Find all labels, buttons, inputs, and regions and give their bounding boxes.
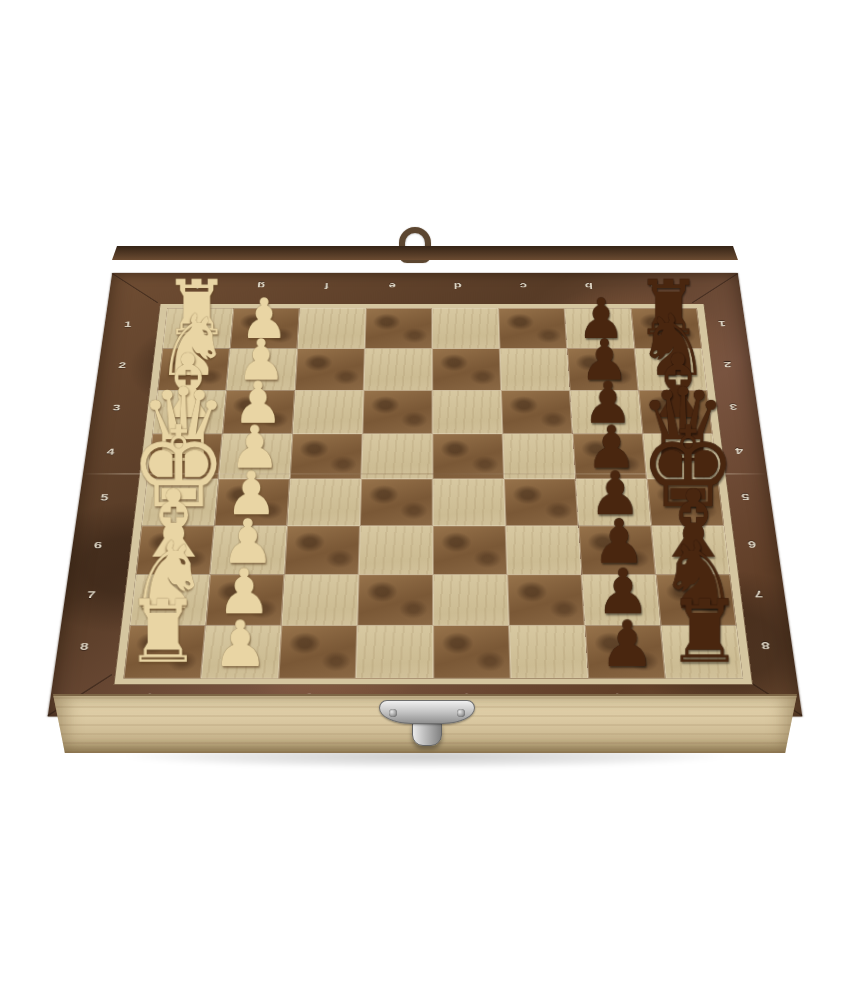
file-label-d: d <box>425 273 491 300</box>
rank-label-4: 4 <box>712 429 767 474</box>
rank-label-4: 4 <box>83 429 138 474</box>
square-c4 <box>503 434 576 479</box>
square-c2 <box>500 349 570 391</box>
square-f1 <box>297 308 366 348</box>
piece-black-B-a6: ♝ <box>652 478 734 572</box>
corner-miter <box>692 273 739 303</box>
square-d8 <box>433 625 511 678</box>
piece-white-B-h6: ♝ <box>132 478 214 572</box>
square-a1: ♜ <box>631 308 702 348</box>
piece-black-P-b2: ♟ <box>579 331 628 388</box>
file-label-f: f <box>293 273 360 300</box>
square-b4: ♟ <box>573 434 647 479</box>
square-e6 <box>359 526 433 575</box>
square-h2: ♞ <box>157 349 229 391</box>
square-a2: ♞ <box>635 349 708 391</box>
file-label-g: g <box>227 273 295 300</box>
rank-label-1: 1 <box>696 304 748 344</box>
square-f5 <box>287 479 361 526</box>
square-f6 <box>284 526 360 575</box>
rank-label-3: 3 <box>707 386 761 429</box>
square-g2: ♟ <box>226 349 297 391</box>
square-a4: ♛ <box>643 434 719 479</box>
square-d2 <box>432 349 501 391</box>
square-b8: ♟ <box>585 625 666 678</box>
box-back-edge <box>112 246 738 260</box>
square-d7 <box>433 575 509 626</box>
square-f2 <box>295 349 365 391</box>
square-f3 <box>292 390 363 433</box>
board-grid: ♜♟♟♜♞♟♟♞♝♟♟♝♛♟♟♛♚♟♟♚♝♟♟♝♞♟♟♞♜♟♟♜ <box>123 308 743 678</box>
screw-icon <box>389 709 397 717</box>
rank-label-1: 1 <box>102 304 154 344</box>
square-e7 <box>357 575 433 626</box>
square-h3: ♝ <box>152 390 226 433</box>
piece-black-P-b7: ♟ <box>595 560 649 622</box>
square-e3 <box>362 390 432 433</box>
square-b3: ♟ <box>570 390 643 433</box>
square-e4 <box>361 434 432 479</box>
square-h7: ♞ <box>130 575 210 626</box>
chess-board: 12345678 12345678 hgfedcba hgfedcba ♜♟♟♜… <box>48 273 803 717</box>
square-c7 <box>507 575 585 626</box>
square-e5 <box>360 479 433 526</box>
piece-white-P-g2: ♟ <box>236 331 285 388</box>
rank-label-5: 5 <box>76 474 132 521</box>
rank-label-6: 6 <box>69 521 126 570</box>
square-g5: ♟ <box>214 479 290 526</box>
rank-label-8: 8 <box>54 620 114 673</box>
square-d1 <box>432 308 500 348</box>
square-g7: ♟ <box>206 575 285 626</box>
square-g4: ♟ <box>218 434 292 479</box>
square-h6: ♝ <box>136 526 215 575</box>
file-label-c: c <box>490 273 557 300</box>
inner-frame-band: ♜♟♟♜♞♟♟♞♝♟♟♝♛♟♟♛♚♟♟♚♝♟♟♝♞♟♟♞♜♟♟♜ <box>114 304 752 684</box>
square-a5: ♚ <box>647 479 724 526</box>
file-labels-top: hgfedcba <box>161 273 689 300</box>
square-g8: ♟ <box>201 625 281 678</box>
piece-white-P-g7: ♟ <box>216 560 270 622</box>
rank-label-2: 2 <box>701 344 754 386</box>
screw-icon <box>457 709 465 717</box>
square-f8 <box>278 625 357 678</box>
clasp-plate <box>379 700 475 724</box>
square-f7 <box>281 575 358 626</box>
square-c3 <box>501 390 572 433</box>
square-a8: ♜ <box>661 625 743 678</box>
square-c6 <box>506 526 582 575</box>
square-a3: ♝ <box>638 390 712 433</box>
square-b2: ♟ <box>567 349 638 391</box>
square-d4 <box>432 434 504 479</box>
square-b1: ♟ <box>565 308 635 348</box>
square-e2 <box>364 349 433 391</box>
square-b7: ♟ <box>582 575 661 626</box>
square-e1 <box>365 308 432 348</box>
square-h8: ♜ <box>123 625 205 678</box>
square-a7: ♞ <box>656 575 737 626</box>
product-photo-scene: 12345678 12345678 hgfedcba hgfedcba ♜♟♟♜… <box>0 0 850 995</box>
rank-label-3: 3 <box>90 386 144 429</box>
square-b5: ♟ <box>575 479 651 526</box>
square-d3 <box>432 390 502 433</box>
square-g6: ♟ <box>210 526 287 575</box>
square-c1 <box>498 308 567 348</box>
board-frame: 12345678 12345678 hgfedcba hgfedcba ♜♟♟♜… <box>48 273 803 717</box>
square-b6: ♟ <box>578 526 655 575</box>
square-f4 <box>290 434 363 479</box>
square-a6: ♝ <box>651 526 730 575</box>
square-h5: ♚ <box>141 479 218 526</box>
square-d5 <box>433 479 506 526</box>
square-h1: ♜ <box>162 308 233 348</box>
square-d6 <box>433 526 507 575</box>
rank-label-7: 7 <box>62 569 121 620</box>
square-g3: ♟ <box>222 390 295 433</box>
square-h4: ♛ <box>147 434 222 479</box>
square-c5 <box>504 479 578 526</box>
file-label-b: b <box>555 273 623 300</box>
square-e8 <box>356 625 433 678</box>
square-c8 <box>509 625 588 678</box>
rank-label-2: 2 <box>96 344 149 386</box>
file-label-e: e <box>359 273 425 300</box>
file-label-a: a <box>620 273 688 300</box>
corner-miter <box>112 273 159 303</box>
clasp <box>379 700 475 746</box>
file-label-h: h <box>161 273 229 300</box>
square-g1: ♟ <box>230 308 300 348</box>
